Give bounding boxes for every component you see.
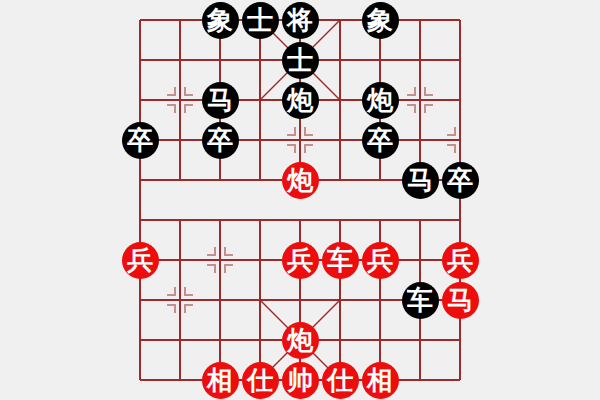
piece-layer: 象士将象士马炮炮卒卒卒马卒车炮兵兵车兵兵马炮相仕帅仕相 bbox=[120, 0, 480, 400]
piece-black-elephant-right[interactable]: 象 bbox=[362, 2, 399, 39]
piece-red-advisor-left[interactable]: 仕 bbox=[242, 362, 279, 399]
piece-red-pawn-file-i[interactable]: 兵 bbox=[442, 242, 479, 279]
piece-black-pawn-file-i[interactable]: 卒 bbox=[442, 162, 479, 199]
piece-black-cannon-right[interactable]: 炮 bbox=[362, 82, 399, 119]
piece-red-pawn-file-e[interactable]: 兵 bbox=[282, 242, 319, 279]
piece-black-general[interactable]: 将 bbox=[282, 2, 319, 39]
piece-red-cannon-river[interactable]: 炮 bbox=[282, 162, 319, 199]
piece-red-pawn-file-g[interactable]: 兵 bbox=[362, 242, 399, 279]
xiangqi-board[interactable]: 象士将象士马炮炮卒卒卒马卒车炮兵兵车兵兵马炮相仕帅仕相 bbox=[0, 0, 600, 400]
piece-red-advisor-right[interactable]: 仕 bbox=[322, 362, 359, 399]
piece-black-horse-right[interactable]: 马 bbox=[402, 162, 439, 199]
piece-black-chariot[interactable]: 车 bbox=[402, 282, 439, 319]
piece-black-advisor-center[interactable]: 士 bbox=[282, 42, 319, 79]
piece-red-cannon-palace[interactable]: 炮 bbox=[282, 322, 319, 359]
piece-red-pawn-file-a[interactable]: 兵 bbox=[122, 242, 159, 279]
piece-black-horse-left[interactable]: 马 bbox=[202, 82, 239, 119]
piece-black-pawn-file-a[interactable]: 卒 bbox=[122, 122, 159, 159]
piece-black-cannon-center[interactable]: 炮 bbox=[282, 82, 319, 119]
piece-black-pawn-file-g[interactable]: 卒 bbox=[362, 122, 399, 159]
piece-red-horse[interactable]: 马 bbox=[442, 282, 479, 319]
piece-red-general[interactable]: 帅 bbox=[282, 362, 319, 399]
piece-black-pawn-file-c[interactable]: 卒 bbox=[202, 122, 239, 159]
piece-red-chariot[interactable]: 车 bbox=[322, 242, 359, 279]
piece-red-elephant-left[interactable]: 相 bbox=[202, 362, 239, 399]
piece-red-elephant-right[interactable]: 相 bbox=[362, 362, 399, 399]
piece-black-advisor-left[interactable]: 士 bbox=[242, 2, 279, 39]
piece-black-elephant-left[interactable]: 象 bbox=[202, 2, 239, 39]
